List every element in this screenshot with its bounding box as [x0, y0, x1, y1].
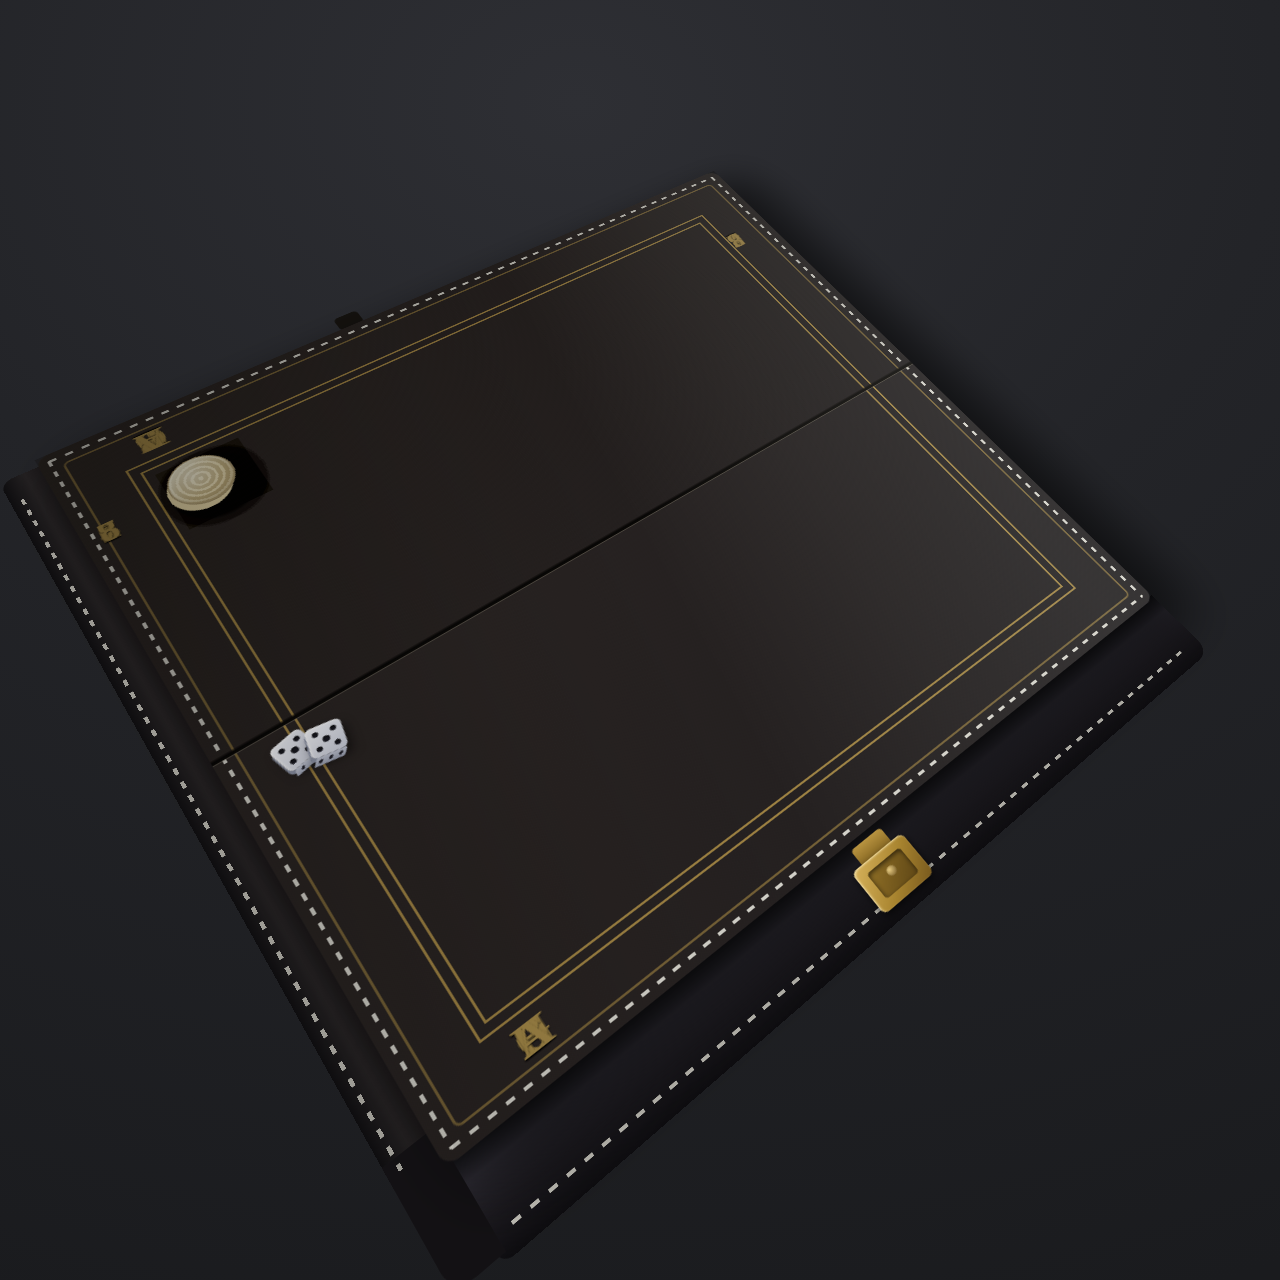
photo-stage: HGFEDCBA HGFEDCBA 12345678 12345678 — [0, 0, 1280, 1280]
die-pip — [315, 745, 323, 753]
die-pip — [310, 731, 318, 739]
die-pip — [322, 734, 330, 742]
die-pip — [333, 738, 341, 746]
checkers-board: HGFEDCBA HGFEDCBA 12345678 12345678 — [155, 230, 1050, 1005]
die-pip — [288, 757, 298, 765]
die-pip — [328, 724, 336, 732]
die-pip — [291, 735, 301, 743]
die-pip — [276, 747, 286, 755]
die-pip — [290, 746, 300, 754]
